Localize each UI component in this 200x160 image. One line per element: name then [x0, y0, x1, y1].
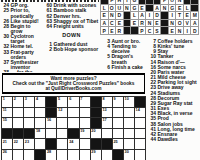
grid-block-cell [91, 97, 101, 107]
solution-block-cell [161, 20, 168, 27]
grid-cell[interactable] [24, 108, 34, 118]
solution-letter-cell: E [139, 5, 146, 12]
solution-block-cell [146, 0, 153, 4]
grid-block-cell [13, 129, 23, 139]
clue-number: 2 [44, 47, 54, 52]
grid-block-cell [91, 139, 101, 149]
grid-cell[interactable] [46, 129, 56, 139]
grid-block-cell [2, 129, 12, 139]
solution-letter-cell: N [124, 5, 131, 12]
clue-number: 38 [1, 70, 11, 72]
ad-box: Want more puzzles? Check out the "Just R… [2, 73, 145, 94]
grid-cell[interactable]: 14 [135, 108, 145, 118]
solution-letter-cell: R [139, 20, 146, 27]
solution-letter-cell: D [191, 27, 198, 34]
grid-cell-number: 12 [58, 108, 62, 112]
grid-cell[interactable] [124, 108, 134, 118]
grid-block-cell [46, 108, 56, 118]
grid-block-cell [135, 97, 145, 107]
grid-cell-number: 2 [14, 97, 16, 101]
grid-cell[interactable] [35, 108, 45, 118]
grid-cell-number: 6 [69, 97, 71, 101]
grid-block-cell [113, 150, 123, 160]
solution-letter-cell: A [139, 12, 146, 19]
grid-cell[interactable]: 24 [68, 139, 78, 149]
grid-cell[interactable] [102, 150, 112, 160]
solution-letter-cell: U [116, 5, 123, 12]
grid-cell[interactable]: 21 [2, 139, 12, 149]
grid-cell[interactable] [35, 118, 45, 128]
grid-cell[interactable] [57, 129, 67, 139]
solution-letter-cell: D [154, 12, 161, 19]
down-clues-column-2: 7Coffee holders8Kinks' tune9Stay10Tanker… [148, 39, 199, 160]
grid-cell[interactable] [80, 118, 90, 128]
grid-cell-number: 26 [3, 150, 7, 154]
solution-block-cell [161, 27, 168, 34]
solution-block-cell [184, 0, 191, 4]
solution-letter-cell: C [146, 27, 153, 34]
grid-cell[interactable] [135, 139, 145, 149]
grid-cell[interactable]: 20 [91, 129, 101, 139]
grid-cell-number: 10 [125, 97, 129, 101]
clue-text: — for the books [11, 70, 44, 72]
clue-number: 6 [102, 65, 112, 70]
solution-letter-cell: P [101, 27, 108, 34]
grid-cell[interactable]: 25 [113, 139, 123, 149]
grid-cell[interactable]: 15 [2, 118, 12, 128]
solution-letter-cell: E [184, 12, 191, 19]
grid-cell[interactable]: 4 [35, 97, 45, 107]
solution-letter-cell: N [176, 27, 183, 34]
solution-letter-cell: R [116, 27, 123, 34]
clue-number: 64 [44, 24, 54, 29]
clue-item: 38— for the books [1, 70, 43, 72]
solution-letter-cell: S [154, 27, 161, 34]
grid-cell[interactable] [68, 118, 78, 128]
grid-cell-number: 30 [125, 150, 129, 154]
solution-letter-cell: I [184, 27, 191, 34]
grid-cell[interactable] [24, 118, 34, 128]
solution-letter-cell: E [101, 12, 108, 19]
grid-block-cell [24, 129, 34, 139]
grid-cell-number: 9 [113, 97, 115, 101]
grid-block-cell [35, 150, 45, 160]
grid-block-cell [91, 118, 101, 128]
grid-cell[interactable]: 3 [24, 97, 34, 107]
solution-letter-cell: A [101, 20, 108, 27]
solution-letter-cell: V [184, 20, 191, 27]
grid-cell[interactable] [24, 150, 34, 160]
grid-cell[interactable] [113, 129, 123, 139]
grid-cell-number: 28 [47, 150, 51, 154]
clue-text: Finish a cake [112, 65, 148, 70]
clue-item: 6Finish a cake [102, 65, 147, 70]
solution-letter-cell: G [131, 5, 138, 12]
grid-cell-number: 19 [80, 129, 84, 133]
solution-letter-cell: E [154, 20, 161, 27]
down-clues-column-1: 3Aunt or bro.4Tending to deceive5Dragon'… [102, 39, 147, 72]
solution-letter-cell: I [146, 12, 153, 19]
grid-cell-number: 1 [3, 97, 5, 101]
grid-cell-number: 7 [80, 97, 82, 101]
solution-letter-cell: E [109, 27, 116, 34]
grid-cell-number: 24 [69, 140, 73, 144]
grid-block-cell [91, 108, 101, 118]
solution-letter-cell: P [139, 27, 146, 34]
grid-cell[interactable]: 8 [102, 97, 112, 107]
solution-letter-cell: I [124, 0, 131, 4]
grid-cell[interactable] [57, 139, 67, 149]
grid-cell[interactable]: 13 [102, 108, 112, 118]
solution-letter-cell: E [169, 27, 176, 34]
solution-letter-cell: U [169, 0, 176, 4]
grid-cell[interactable]: 22 [13, 139, 23, 149]
grid-cell[interactable]: 26 [2, 150, 12, 160]
solution-letter-cell: N [161, 5, 168, 12]
grid-cell[interactable]: 18 [35, 129, 45, 139]
grid-cell[interactable]: 23 [24, 139, 34, 149]
grid-cell-number: 3 [25, 97, 27, 101]
down-section-header: DOWN [44, 33, 99, 38]
solution-letter-cell: L [184, 5, 191, 12]
clue-text: Bob Hope sponsor [54, 47, 100, 52]
grid-cell-number: 14 [136, 108, 140, 112]
solution-letter-cell: E [131, 20, 138, 27]
solution-block-cell [146, 5, 153, 12]
clue-number: 44 [148, 137, 158, 142]
grid-cell[interactable]: 5 [57, 97, 67, 107]
grid-cell[interactable] [80, 108, 90, 118]
solution-letter-cell: M [191, 12, 198, 19]
solution-letter-cell: N [109, 12, 116, 19]
grid-cell-number: 5 [58, 97, 60, 101]
grid-cell-number: 16 [47, 118, 51, 122]
grid-cell-number: 13 [102, 108, 106, 112]
grid-block-cell [68, 129, 78, 139]
clue-item: 44Dawdles [148, 137, 199, 142]
grid-cell[interactable]: 29 [91, 150, 101, 160]
solution-block-cell [131, 27, 138, 34]
clue-text: Freight units [54, 24, 100, 29]
ad-link: at QuillDriverBooks.com [3, 86, 144, 91]
grid-cell[interactable] [68, 150, 78, 160]
grid-cell[interactable] [13, 150, 23, 160]
grid-cell-number: 25 [113, 140, 117, 144]
grid-cell[interactable]: 10 [124, 97, 134, 107]
solution-letter-cell: G [131, 0, 138, 4]
yesterday-solution-grid: PHIGFUNLOUNGEANGELENDLAIDITEMACEERNENOVA… [100, 0, 199, 35]
grid-cell[interactable] [124, 129, 134, 139]
grid-cell-number: 21 [3, 140, 7, 144]
across-clues-column: 24GP org.25Prior to, poetically26Like st… [1, 0, 43, 72]
solution-letter-cell: N [146, 20, 153, 27]
solution-block-cell [124, 20, 131, 27]
grid-cell[interactable] [68, 108, 78, 118]
solution-letter-cell: I [169, 12, 176, 19]
grid-cell-number: 20 [91, 129, 95, 133]
solution-block-cell [191, 5, 198, 12]
solution-letter-cell: L [101, 5, 108, 12]
grid-cell[interactable]: 2 [13, 97, 23, 107]
grid-block-cell [46, 139, 56, 149]
solution-letter-cell: N [169, 20, 176, 27]
solution-block-cell [124, 12, 131, 19]
solution-letter-cell: A [154, 5, 161, 12]
grid-cell-number: 17 [102, 118, 106, 122]
grid-cell-number: 22 [14, 140, 18, 144]
solution-letter-cell: N [176, 0, 183, 4]
across-tail-and-down-clues-column: 60Drink with scones61Bamboo stalk62Denve… [44, 0, 99, 72]
grid-cell-number: 8 [102, 97, 104, 101]
crossword-page: 24GP org.25Prior to, poetically26Like st… [0, 0, 200, 160]
solution-block-cell [101, 0, 108, 4]
solution-letter-cell: D [116, 12, 123, 19]
grid-cell[interactable]: 1 [2, 97, 12, 107]
solution-letter-cell: A [191, 20, 198, 27]
solution-letter-cell: O [176, 20, 183, 27]
solution-block-cell [124, 27, 131, 34]
solution-letter-cell: P [109, 0, 116, 4]
solution-letter-cell: T [176, 12, 183, 19]
grid-cell[interactable] [57, 118, 67, 128]
solution-block-cell [154, 0, 161, 4]
solution-letter-cell: E [176, 5, 183, 12]
grid-cell[interactable] [80, 139, 90, 149]
puzzle-grid: 1234567891011121314151617181920212223242… [1, 96, 146, 160]
grid-cell[interactable]: 11 [2, 108, 12, 118]
grid-cell[interactable] [135, 129, 145, 139]
solution-block-cell [191, 0, 198, 4]
grid-cell[interactable] [113, 118, 123, 128]
grid-cell[interactable] [135, 150, 145, 160]
grid-cell[interactable]: 30 [124, 150, 134, 160]
grid-cell[interactable]: 17 [102, 118, 112, 128]
grid-cell[interactable]: 9 [113, 97, 123, 107]
clue-item: 64Freight units [44, 24, 99, 29]
grid-cell[interactable] [124, 139, 134, 149]
grid-cell[interactable] [35, 139, 45, 149]
grid-cell[interactable]: 28 [46, 150, 56, 160]
solution-letter-cell: G [169, 5, 176, 12]
grid-cell[interactable] [57, 150, 67, 160]
grid-cell[interactable] [13, 118, 23, 128]
grid-cell[interactable] [113, 108, 123, 118]
grid-cell-number: 29 [91, 150, 95, 154]
grid-cell-number: 4 [36, 97, 38, 101]
solution-letter-cell: E [116, 20, 123, 27]
solution-letter-cell: F [161, 0, 168, 4]
grid-block-cell [46, 97, 56, 107]
grid-cell[interactable]: 16 [46, 118, 56, 128]
grid-cell[interactable]: 7 [80, 97, 90, 107]
grid-cell[interactable] [80, 150, 90, 160]
solution-letter-cell: L [131, 12, 138, 19]
grid-cell[interactable]: 6 [68, 97, 78, 107]
grid-cell[interactable] [124, 118, 134, 128]
solution-letter-cell: H [116, 0, 123, 4]
solution-block-cell [161, 12, 168, 19]
clue-text: Dawdles [158, 137, 200, 142]
grid-cell-number: 23 [25, 140, 29, 144]
grid-cell[interactable]: 12 [57, 108, 67, 118]
grid-block-cell [102, 139, 112, 149]
grid-cell-number: 11 [3, 108, 7, 112]
grid-cell[interactable] [102, 129, 112, 139]
solution-block-cell [139, 0, 146, 4]
grid-cell[interactable]: 19 [80, 129, 90, 139]
grid-cell[interactable] [13, 108, 23, 118]
grid-cell-number: 15 [3, 118, 7, 122]
solution-letter-cell: C [109, 20, 116, 27]
grid-cell[interactable] [135, 118, 145, 128]
clue-item: 2Bob Hope sponsor [44, 47, 99, 52]
solution-letter-cell: O [109, 5, 116, 12]
grid-cell-number: 18 [36, 129, 40, 133]
